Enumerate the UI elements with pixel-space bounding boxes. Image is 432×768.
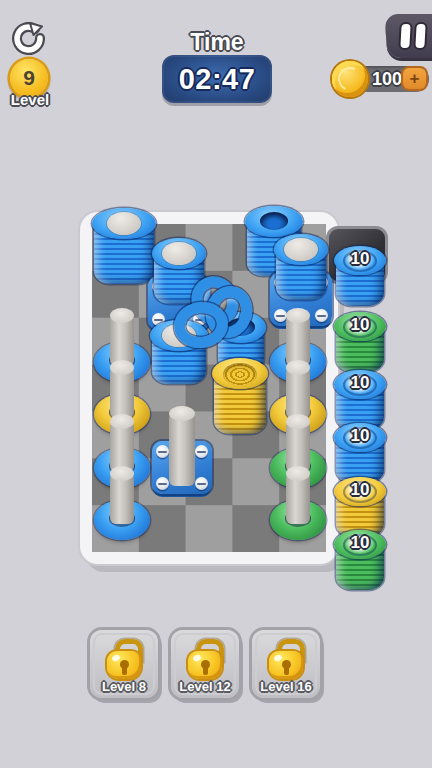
queue-stack-blue-1[interactable]: 10 bbox=[334, 246, 386, 306]
queue-stack-yellow-5[interactable]: 10 bbox=[334, 477, 386, 537]
pause-button[interactable] bbox=[384, 14, 432, 58]
stack-count: 10 bbox=[334, 533, 386, 553]
stack-count: 10 bbox=[334, 426, 386, 446]
stack-count: 10 bbox=[334, 315, 386, 335]
queue-stack-blue-3[interactable]: 10 bbox=[334, 370, 386, 430]
queue-stack-green-6[interactable]: 10 bbox=[334, 530, 386, 590]
pause-icon bbox=[400, 24, 410, 48]
locked-level-label: Level 8 bbox=[90, 679, 158, 694]
blue-stack-capped-on-plate-r2c5[interactable] bbox=[274, 234, 328, 300]
locked-level-16-button[interactable]: Level 16 bbox=[252, 630, 320, 698]
game-board-frame bbox=[80, 212, 338, 564]
queue-stack-blue-4[interactable]: 10 bbox=[334, 423, 386, 483]
empty-bolt-plate-r5c2[interactable] bbox=[152, 441, 212, 494]
board-grid bbox=[92, 224, 326, 552]
peg-green-ring-r6c5[interactable] bbox=[270, 468, 326, 540]
stack-count: 10 bbox=[334, 249, 386, 269]
padlock-icon bbox=[269, 639, 303, 679]
queue-stack-green-2[interactable]: 10 bbox=[334, 312, 386, 372]
restart-button[interactable] bbox=[11, 22, 45, 56]
locked-level-label: Level 12 bbox=[171, 679, 239, 694]
locked-level-8-button[interactable]: Level 8 bbox=[90, 630, 158, 698]
coin-icon bbox=[332, 61, 368, 97]
blue-stack-capped-r1c1[interactable] bbox=[92, 208, 156, 284]
coin-value: 100 bbox=[371, 66, 403, 92]
coin-counter: 100 + bbox=[349, 66, 429, 92]
time-label: Time bbox=[150, 29, 284, 56]
padlock-icon bbox=[107, 639, 141, 679]
pause-icon bbox=[415, 24, 425, 48]
locked-level-12-button[interactable]: Level 12 bbox=[171, 630, 239, 698]
loose-blue-rings[interactable] bbox=[168, 278, 240, 348]
add-coins-button[interactable]: + bbox=[403, 68, 426, 89]
padlock-icon bbox=[188, 639, 222, 679]
timer-display: 02:47 bbox=[162, 55, 272, 103]
locked-level-label: Level 16 bbox=[252, 679, 320, 694]
restart-icon bbox=[11, 22, 45, 56]
peg-blue-ring-r6c1[interactable] bbox=[94, 468, 150, 540]
yellow-stack-open-r4c3[interactable] bbox=[212, 358, 268, 434]
stack-count: 10 bbox=[334, 373, 386, 393]
game-screen: 9 Level Time 02:47 100 + bbox=[0, 0, 432, 768]
stack-count: 10 bbox=[334, 480, 386, 500]
level-badge-label: Level bbox=[0, 91, 60, 108]
